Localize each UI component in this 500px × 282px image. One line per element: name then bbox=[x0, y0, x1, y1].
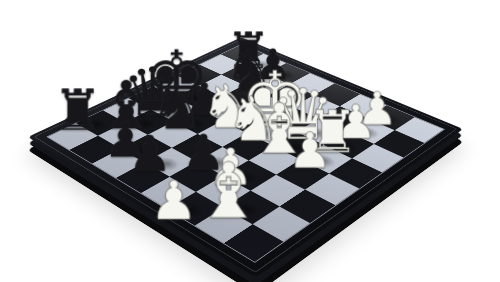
scene: ♜♟♟♞♟♚♛♜♚♟♞♞♝♟♛♞♝♟♟♜♟♟♝♟ bbox=[0, 0, 500, 282]
white-pawn: ♟ bbox=[149, 173, 197, 227]
white-bishop: ♝ bbox=[194, 153, 263, 230]
chess-board: ♜♟♟♞♟♚♛♜♚♟♞♞♝♟♛♞♝♟♟♜♟♟♝♟ bbox=[28, 37, 463, 278]
chess-set-photo: ♜♟♟♞♟♚♛♜♚♟♞♞♝♟♛♞♝♟♟♜♟♟♝♟ bbox=[0, 0, 500, 282]
board-grid: ♜♟♟♞♟♚♛♜♚♟♞♞♝♟♛♞♝♟♟♜♟♟♝♟ bbox=[48, 45, 444, 262]
black-rook: ♜ bbox=[52, 82, 103, 139]
white-pawn: ♟ bbox=[287, 126, 331, 175]
board-frame: ♜♟♟♞♟♚♛♜♚♟♞♞♝♟♛♞♝♟♟♜♟♟♝♟ bbox=[28, 37, 463, 278]
